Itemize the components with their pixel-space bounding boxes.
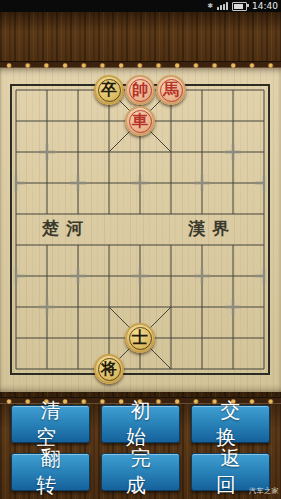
status-star-icon: ✱: [207, 3, 213, 10]
river-label-left: 楚河: [42, 217, 90, 240]
wood-frame-top: [0, 12, 281, 68]
piece-label: 帥: [132, 82, 148, 98]
piece-black-advisor[interactable]: 士: [125, 323, 155, 353]
initial-button[interactable]: 初始: [101, 405, 180, 443]
piece-label: 車: [132, 113, 148, 129]
piece-black-general[interactable]: 将: [94, 354, 124, 384]
battery-icon: [232, 2, 247, 11]
piece-black-soldier[interactable]: 卒: [94, 75, 124, 105]
swap-button[interactable]: 交换: [191, 405, 270, 443]
wood-frame-bottom: 清空 初始 交换 翻转 完成 返回 汽车之家: [0, 392, 281, 499]
piece-label: 卒: [101, 82, 117, 98]
xiangqi-setup-screen: ✱ 14:40: [0, 0, 281, 499]
signal-strength-icon: [217, 2, 228, 10]
piece-red-horse[interactable]: 馬: [156, 75, 186, 105]
watermark: 汽车之家: [249, 486, 279, 496]
piece-red-chariot[interactable]: 車: [125, 106, 155, 136]
button-row-2: 翻转 完成 返回: [0, 453, 281, 491]
piece-label: 将: [101, 361, 117, 377]
board-panel[interactable]: 楚河 漢界 卒帥馬車士将: [0, 68, 281, 392]
piece-label: 士: [132, 330, 148, 346]
clear-button[interactable]: 清空: [11, 405, 90, 443]
status-bar: ✱ 14:40: [0, 0, 281, 12]
piece-label: 馬: [163, 82, 179, 98]
done-button[interactable]: 完成: [101, 453, 180, 491]
piece-red-general[interactable]: 帥: [125, 75, 155, 105]
status-time: 14:40: [252, 2, 278, 11]
flip-button[interactable]: 翻转: [11, 453, 90, 491]
button-row-1: 清空 初始 交换: [0, 405, 281, 443]
brass-nail-strip-top: [0, 61, 281, 68]
river-label-right: 漢界: [188, 217, 236, 240]
